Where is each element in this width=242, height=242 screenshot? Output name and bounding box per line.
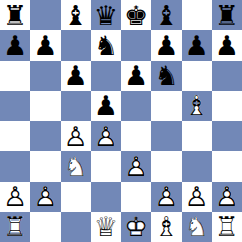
square-b3[interactable]: [30, 151, 60, 181]
piece-glyph: ♝: [151, 0, 181, 30]
square-c8[interactable]: ♝: [61, 0, 91, 30]
piece-black-pawn: ♟: [61, 61, 91, 91]
square-e2[interactable]: [121, 182, 151, 212]
square-h5[interactable]: [212, 91, 242, 121]
square-d6[interactable]: [91, 61, 121, 91]
piece-glyph: ♔: [121, 212, 151, 242]
piece-glyph: ♟: [30, 30, 60, 60]
piece-white-rook: ♜♖: [0, 212, 30, 242]
piece-glyph: ♙: [151, 182, 181, 212]
piece-black-rook: ♜: [0, 0, 30, 30]
square-f8[interactable]: ♝: [151, 0, 181, 30]
square-d4[interactable]: ♟♙: [91, 121, 121, 151]
square-c5[interactable]: [61, 91, 91, 121]
piece-white-pawn: ♟♙: [151, 182, 181, 212]
square-h8[interactable]: ♜: [212, 0, 242, 30]
piece-black-bishop: ♝: [61, 0, 91, 30]
square-h4[interactable]: [212, 121, 242, 151]
square-f2[interactable]: ♟♙: [151, 182, 181, 212]
piece-white-pawn: ♟♙: [91, 121, 121, 151]
square-d5[interactable]: ♟: [91, 91, 121, 121]
piece-white-pawn: ♟♙: [182, 182, 212, 212]
piece-glyph: ♟: [182, 30, 212, 60]
square-d2[interactable]: [91, 182, 121, 212]
piece-black-pawn: ♟: [212, 30, 242, 60]
piece-glyph: ♙: [91, 121, 121, 151]
piece-glyph: ♟: [121, 61, 151, 91]
piece-white-pawn: ♟♙: [121, 151, 151, 181]
piece-black-bishop: ♝: [151, 0, 181, 30]
piece-black-knight: ♞: [151, 61, 181, 91]
piece-glyph: ♗: [182, 91, 212, 121]
piece-white-pawn: ♟♙: [0, 182, 30, 212]
piece-glyph: ♟: [61, 61, 91, 91]
square-b2[interactable]: ♟♙: [30, 182, 60, 212]
square-g7[interactable]: ♟: [182, 30, 212, 60]
piece-glyph: ♟: [151, 30, 181, 60]
square-g4[interactable]: [182, 121, 212, 151]
square-e8[interactable]: ♚: [121, 0, 151, 30]
piece-black-pawn: ♟: [151, 30, 181, 60]
square-f1[interactable]: ♝♗: [151, 212, 181, 242]
piece-glyph: ♟: [91, 91, 121, 121]
square-a4[interactable]: [0, 121, 30, 151]
chess-board: ♜♝♛♚♝♜♟♟♞♟♟♟♟♟♞♟♝♗♟♙♟♙♞♘♟♙♟♙♟♙♟♙♟♙♟♙♜♖♛♕…: [0, 0, 242, 242]
square-f5[interactable]: [151, 91, 181, 121]
square-b4[interactable]: [30, 121, 60, 151]
square-e4[interactable]: [121, 121, 151, 151]
piece-glyph: ♙: [0, 182, 30, 212]
piece-glyph: ♘: [61, 151, 91, 181]
square-f4[interactable]: [151, 121, 181, 151]
piece-black-pawn: ♟: [121, 61, 151, 91]
piece-glyph: ♞: [151, 61, 181, 91]
piece-white-pawn: ♟♙: [61, 121, 91, 151]
piece-glyph: ♗: [151, 212, 181, 242]
square-a6[interactable]: [0, 61, 30, 91]
square-b1[interactable]: [30, 212, 60, 242]
square-h7[interactable]: ♟: [212, 30, 242, 60]
square-f3[interactable]: [151, 151, 181, 181]
square-h2[interactable]: ♟♙: [212, 182, 242, 212]
piece-white-pawn: ♟♙: [212, 182, 242, 212]
piece-glyph: ♟: [0, 30, 30, 60]
square-b8[interactable]: [30, 0, 60, 30]
square-a1[interactable]: ♜♖: [0, 212, 30, 242]
piece-black-pawn: ♟: [30, 30, 60, 60]
square-d7[interactable]: ♞: [91, 30, 121, 60]
piece-glyph: ♕: [91, 212, 121, 242]
square-c1[interactable]: [61, 212, 91, 242]
piece-glyph: ♙: [182, 182, 212, 212]
piece-white-rook: ♜♖: [212, 212, 242, 242]
piece-black-pawn: ♟: [182, 30, 212, 60]
piece-black-pawn: ♟: [91, 91, 121, 121]
square-d1[interactable]: ♛♕: [91, 212, 121, 242]
piece-glyph: ♙: [30, 182, 60, 212]
square-g3[interactable]: [182, 151, 212, 181]
square-c7[interactable]: [61, 30, 91, 60]
piece-white-knight: ♞♘: [61, 151, 91, 181]
piece-white-knight: ♞♘: [182, 212, 212, 242]
square-g6[interactable]: [182, 61, 212, 91]
piece-black-queen: ♛: [91, 0, 121, 30]
square-e3[interactable]: ♟♙: [121, 151, 151, 181]
piece-glyph: ♜: [212, 0, 242, 30]
piece-white-bishop: ♝♗: [151, 212, 181, 242]
piece-glyph: ♙: [121, 151, 151, 181]
piece-white-king: ♚♔: [121, 212, 151, 242]
piece-black-rook: ♜: [212, 0, 242, 30]
square-g1[interactable]: ♞♘: [182, 212, 212, 242]
piece-black-knight: ♞: [91, 30, 121, 60]
square-g2[interactable]: ♟♙: [182, 182, 212, 212]
square-e5[interactable]: [121, 91, 151, 121]
square-e1[interactable]: ♚♔: [121, 212, 151, 242]
piece-glyph: ♖: [212, 212, 242, 242]
piece-white-queen: ♛♕: [91, 212, 121, 242]
square-a7[interactable]: ♟: [0, 30, 30, 60]
square-e7[interactable]: [121, 30, 151, 60]
square-c3[interactable]: ♞♘: [61, 151, 91, 181]
piece-glyph: ♙: [61, 121, 91, 151]
piece-black-pawn: ♟: [0, 30, 30, 60]
piece-glyph: ♘: [182, 212, 212, 242]
square-c6[interactable]: ♟: [61, 61, 91, 91]
square-g8[interactable]: [182, 0, 212, 30]
piece-glyph: ♝: [61, 0, 91, 30]
piece-glyph: ♚: [121, 0, 151, 30]
square-a2[interactable]: ♟♙: [0, 182, 30, 212]
square-d3[interactable]: [91, 151, 121, 181]
square-d8[interactable]: ♛: [91, 0, 121, 30]
piece-black-king: ♚: [121, 0, 151, 30]
piece-glyph: ♖: [0, 212, 30, 242]
piece-glyph: ♜: [0, 0, 30, 30]
square-a8[interactable]: ♜: [0, 0, 30, 30]
piece-glyph: ♙: [212, 182, 242, 212]
piece-glyph: ♛: [91, 0, 121, 30]
piece-white-bishop: ♝♗: [182, 91, 212, 121]
square-f6[interactable]: ♞: [151, 61, 181, 91]
square-b7[interactable]: ♟: [30, 30, 60, 60]
piece-glyph: ♞: [91, 30, 121, 60]
square-a3[interactable]: [0, 151, 30, 181]
square-b5[interactable]: [30, 91, 60, 121]
square-a5[interactable]: [0, 91, 30, 121]
piece-glyph: ♟: [212, 30, 242, 60]
square-h6[interactable]: [212, 61, 242, 91]
square-c4[interactable]: ♟♙: [61, 121, 91, 151]
square-h3[interactable]: [212, 151, 242, 181]
square-c2[interactable]: [61, 182, 91, 212]
piece-white-pawn: ♟♙: [30, 182, 60, 212]
square-e6[interactable]: ♟: [121, 61, 151, 91]
square-f7[interactable]: ♟: [151, 30, 181, 60]
square-g5[interactable]: ♝♗: [182, 91, 212, 121]
square-h1[interactable]: ♜♖: [212, 212, 242, 242]
square-b6[interactable]: [30, 61, 60, 91]
